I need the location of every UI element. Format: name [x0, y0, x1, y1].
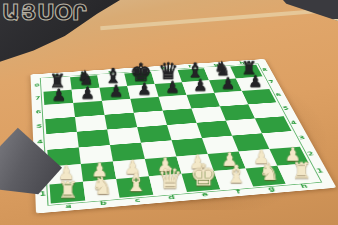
rank-label-6: 6: [32, 105, 46, 120]
square-a5[interactable]: [45, 117, 77, 134]
piece-white-queen[interactable]: ♛: [157, 165, 182, 193]
square-b6[interactable]: [73, 101, 104, 117]
rank-label-5: 5: [32, 119, 46, 135]
piece-black-pawn[interactable]: ♟: [137, 81, 151, 97]
piece-white-rook[interactable]: ♜: [292, 159, 312, 181]
square-d6[interactable]: [130, 97, 162, 113]
square-e4[interactable]: [167, 123, 202, 140]
square-g1[interactable]: ♞: [246, 166, 286, 187]
piece-white-bishop[interactable]: ♝: [125, 171, 147, 196]
square-b1[interactable]: ♞: [83, 179, 120, 201]
square-a4[interactable]: [46, 132, 79, 150]
square-d5[interactable]: [134, 111, 167, 128]
square-e1[interactable]: ♚: [182, 171, 221, 192]
square-c1[interactable]: ♝: [116, 176, 153, 197]
square-a1[interactable]: ♜: [50, 182, 86, 204]
square-d1[interactable]: ♛: [149, 174, 187, 195]
watermark-text: ԱՅՍՕՐ: [2, 0, 88, 26]
piece-black-pawn[interactable]: ♟: [248, 74, 262, 90]
square-f5[interactable]: [191, 106, 225, 122]
square-d4[interactable]: [137, 125, 171, 143]
piece-black-pawn[interactable]: ♟: [193, 78, 207, 94]
rank-label-7: 7: [31, 92, 44, 106]
piece-white-knight[interactable]: ♞: [92, 175, 113, 199]
piece-black-pawn[interactable]: ♟: [51, 87, 66, 103]
piece-white-bishop[interactable]: ♝: [225, 163, 247, 188]
piece-black-pawn[interactable]: ♟: [109, 83, 124, 99]
piece-black-pawn[interactable]: ♟: [221, 76, 235, 92]
square-a7[interactable]: ♟: [43, 90, 73, 105]
piece-black-pawn[interactable]: ♟: [165, 79, 179, 95]
piece-white-knight[interactable]: ♞: [259, 161, 280, 184]
photo-scene: ԱՅՍՕՐ abcdefgh abcdefgh 87654321 8765432…: [0, 0, 338, 225]
square-c6[interactable]: [102, 99, 134, 115]
rank-label-8: 8: [31, 79, 44, 92]
piece-white-king[interactable]: ♚: [190, 160, 217, 190]
piece-white-rook[interactable]: ♜: [58, 178, 79, 201]
square-f1[interactable]: ♝: [214, 168, 253, 189]
piece-black-pawn[interactable]: ♟: [80, 85, 95, 101]
square-g4[interactable]: [226, 118, 262, 135]
